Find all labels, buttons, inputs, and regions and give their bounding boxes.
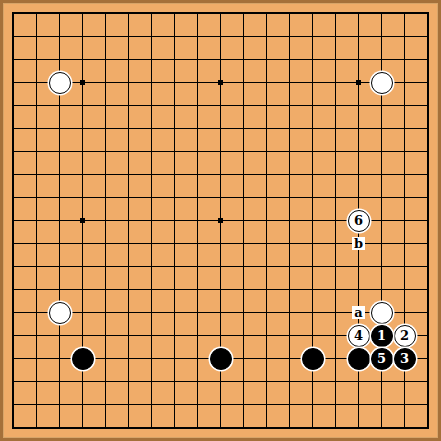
grid-line-vertical bbox=[266, 14, 267, 428]
grid-line-vertical bbox=[243, 14, 244, 428]
grid-line-horizontal bbox=[14, 243, 428, 244]
star-point bbox=[218, 218, 223, 223]
black-stone-move-1: 1 bbox=[371, 325, 393, 347]
white-stone bbox=[371, 72, 393, 94]
black-stone-move-5: 5 bbox=[371, 348, 393, 370]
white-stone bbox=[49, 302, 71, 324]
star-point bbox=[356, 80, 361, 85]
black-stone bbox=[72, 348, 94, 370]
grid-line-horizontal bbox=[14, 404, 428, 405]
go-board: ab642153 bbox=[0, 0, 441, 441]
grid-line-horizontal bbox=[14, 381, 428, 382]
grid-line-horizontal bbox=[14, 312, 428, 313]
star-point bbox=[218, 80, 223, 85]
black-stone bbox=[302, 348, 324, 370]
white-stone bbox=[49, 72, 71, 94]
black-stone bbox=[348, 348, 370, 370]
white-stone bbox=[371, 302, 393, 324]
white-stone-move-4: 4 bbox=[348, 325, 370, 347]
grid-line-vertical bbox=[335, 14, 336, 428]
label-marker-a: a bbox=[352, 306, 365, 319]
grid-line-horizontal bbox=[14, 289, 428, 290]
grid-line-horizontal bbox=[14, 266, 428, 267]
star-point bbox=[80, 80, 85, 85]
grid-line-vertical bbox=[289, 14, 290, 428]
black-stone-move-3: 3 bbox=[394, 348, 416, 370]
label-marker-b: b bbox=[352, 237, 365, 250]
star-point bbox=[80, 218, 85, 223]
black-stone bbox=[210, 348, 232, 370]
white-stone-move-2: 2 bbox=[394, 325, 416, 347]
white-stone-move-6: 6 bbox=[348, 210, 370, 232]
